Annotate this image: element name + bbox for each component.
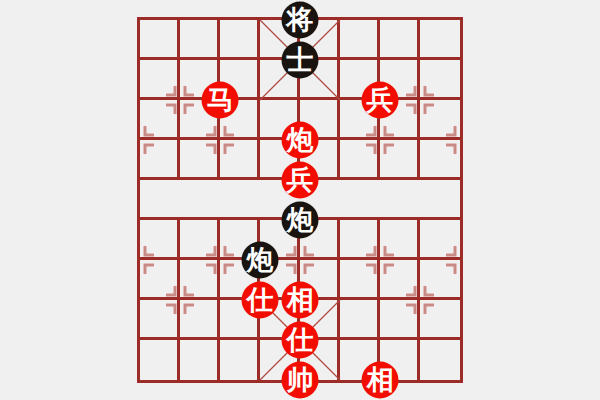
board-cell: [180, 180, 220, 220]
board-cell: [180, 220, 220, 260]
board-cell: [380, 260, 420, 300]
red-cannon-piece[interactable]: 炮: [282, 122, 319, 159]
board-cell: [380, 140, 420, 180]
red-elephant-piece[interactable]: 相: [282, 282, 319, 319]
board-cell: [140, 20, 180, 60]
board-cell: [140, 140, 180, 180]
red-soldier-piece[interactable]: 兵: [282, 162, 319, 199]
board-cell: [420, 140, 460, 180]
board-cell: [420, 100, 460, 140]
board-cell: [180, 300, 220, 340]
board-cell: [220, 140, 260, 180]
board-cell: [140, 340, 180, 380]
board-cell: [340, 20, 380, 60]
board-cell: [180, 140, 220, 180]
black-general-piece[interactable]: 将: [282, 2, 319, 39]
board-cell: [380, 180, 420, 220]
board-cell: [220, 180, 260, 220]
board-cell: [140, 300, 180, 340]
board-cell: [420, 60, 460, 100]
board-cell: [380, 20, 420, 60]
board-cell: [380, 300, 420, 340]
board-cell: [180, 20, 220, 60]
red-horse-piece[interactable]: 马: [202, 82, 239, 119]
board-cell: [340, 180, 380, 220]
board-cell: [340, 220, 380, 260]
board-cell: [420, 260, 460, 300]
board-cell: [140, 60, 180, 100]
red-advisor-piece[interactable]: 仕: [282, 322, 319, 359]
black-advisor-piece[interactable]: 士: [282, 42, 319, 79]
board-cell: [420, 180, 460, 220]
board-cell: [380, 220, 420, 260]
red-soldier-piece[interactable]: 兵: [362, 82, 399, 119]
board-cell: [340, 260, 380, 300]
red-advisor-piece[interactable]: 仕: [242, 282, 279, 319]
board-cell: [420, 340, 460, 380]
board-cell: [140, 180, 180, 220]
black-cannon-piece[interactable]: 炮: [242, 242, 279, 279]
board-cell: [140, 220, 180, 260]
red-general-piece[interactable]: 帅: [282, 362, 319, 399]
board-cell: [140, 100, 180, 140]
board-cell: [340, 300, 380, 340]
red-elephant-piece[interactable]: 相: [362, 362, 399, 399]
xiangqi-app-canvas: 将士马兵炮兵炮炮仕相仕帅相: [0, 0, 600, 400]
board-cell: [220, 20, 260, 60]
board-cell: [140, 260, 180, 300]
board-cell: [420, 300, 460, 340]
board-cell: [420, 220, 460, 260]
board-cell: [180, 260, 220, 300]
board-cell: [420, 20, 460, 60]
board-cell: [180, 340, 220, 380]
board-cell: [340, 140, 380, 180]
board-cell: [220, 340, 260, 380]
black-cannon-piece[interactable]: 炮: [282, 202, 319, 239]
